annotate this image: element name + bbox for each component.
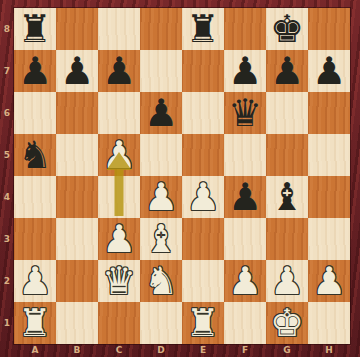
black-king-icon[interactable]: ♚ bbox=[266, 8, 308, 50]
black-pawn-icon[interactable]: ♟ bbox=[14, 50, 56, 92]
square-f2[interactable]: ♟ bbox=[224, 260, 266, 302]
square-e1[interactable]: ♜ bbox=[182, 302, 224, 344]
square-f4[interactable]: ♟ bbox=[224, 176, 266, 218]
square-e6[interactable] bbox=[182, 92, 224, 134]
square-d4[interactable]: ♟ bbox=[140, 176, 182, 218]
square-a5[interactable]: ♞ bbox=[14, 134, 56, 176]
file-labels: A B C D E F G H bbox=[14, 344, 350, 357]
square-c8[interactable] bbox=[98, 8, 140, 50]
white-rook-icon[interactable]: ♜ bbox=[182, 302, 224, 344]
square-e7[interactable] bbox=[182, 50, 224, 92]
square-d8[interactable] bbox=[140, 8, 182, 50]
square-h3[interactable] bbox=[308, 218, 350, 260]
black-pawn-icon[interactable]: ♟ bbox=[308, 50, 350, 92]
black-pawn-icon[interactable]: ♟ bbox=[98, 50, 140, 92]
rank-label-2: 2 bbox=[0, 260, 14, 302]
square-d5[interactable] bbox=[140, 134, 182, 176]
rank-label-3: 3 bbox=[0, 218, 14, 260]
white-queen-icon[interactable]: ♛ bbox=[98, 260, 140, 302]
square-e2[interactable] bbox=[182, 260, 224, 302]
rank-label-8: 8 bbox=[0, 8, 14, 50]
square-c3[interactable]: ♟ bbox=[98, 218, 140, 260]
square-b1[interactable] bbox=[56, 302, 98, 344]
square-d2[interactable]: ♞ bbox=[140, 260, 182, 302]
square-b2[interactable] bbox=[56, 260, 98, 302]
square-a4[interactable] bbox=[14, 176, 56, 218]
black-pawn-icon[interactable]: ♟ bbox=[56, 50, 98, 92]
black-rook-icon[interactable]: ♜ bbox=[182, 8, 224, 50]
white-knight-icon[interactable]: ♞ bbox=[140, 260, 182, 302]
square-a8[interactable]: ♜ bbox=[14, 8, 56, 50]
square-d7[interactable] bbox=[140, 50, 182, 92]
white-king-icon[interactable]: ♚ bbox=[266, 302, 308, 344]
square-f6[interactable]: ♛ bbox=[224, 92, 266, 134]
square-f3[interactable] bbox=[224, 218, 266, 260]
square-a1[interactable]: ♜ bbox=[14, 302, 56, 344]
square-g2[interactable]: ♟ bbox=[266, 260, 308, 302]
square-g5[interactable] bbox=[266, 134, 308, 176]
square-a2[interactable]: ♟ bbox=[14, 260, 56, 302]
square-e4[interactable]: ♟ bbox=[182, 176, 224, 218]
square-b8[interactable] bbox=[56, 8, 98, 50]
rank-label-5: 5 bbox=[0, 134, 14, 176]
file-label-d: D bbox=[140, 344, 182, 357]
square-b7[interactable]: ♟ bbox=[56, 50, 98, 92]
white-pawn-icon[interactable]: ♟ bbox=[98, 134, 140, 176]
square-b4[interactable] bbox=[56, 176, 98, 218]
square-c6[interactable] bbox=[98, 92, 140, 134]
square-b3[interactable] bbox=[56, 218, 98, 260]
square-g7[interactable]: ♟ bbox=[266, 50, 308, 92]
rank-label-7: 7 bbox=[0, 50, 14, 92]
white-pawn-icon[interactable]: ♟ bbox=[140, 176, 182, 218]
black-rook-icon[interactable]: ♜ bbox=[14, 8, 56, 50]
white-pawn-icon[interactable]: ♟ bbox=[182, 176, 224, 218]
chess-board-app: 8 7 6 5 4 3 2 1 ♜♜♚♟♟♟♟♟♟♟♛♞♟♟♟♟♝♟♝♟♛♞♟♟… bbox=[0, 0, 360, 357]
square-a3[interactable] bbox=[14, 218, 56, 260]
black-knight-icon[interactable]: ♞ bbox=[14, 134, 56, 176]
square-g3[interactable] bbox=[266, 218, 308, 260]
square-e3[interactable] bbox=[182, 218, 224, 260]
square-f5[interactable] bbox=[224, 134, 266, 176]
square-e8[interactable]: ♜ bbox=[182, 8, 224, 50]
square-c4[interactable] bbox=[98, 176, 140, 218]
square-f7[interactable]: ♟ bbox=[224, 50, 266, 92]
square-h5[interactable] bbox=[308, 134, 350, 176]
square-a7[interactable]: ♟ bbox=[14, 50, 56, 92]
file-label-h: H bbox=[308, 344, 350, 357]
square-g6[interactable] bbox=[266, 92, 308, 134]
square-c7[interactable]: ♟ bbox=[98, 50, 140, 92]
white-pawn-icon[interactable]: ♟ bbox=[266, 260, 308, 302]
square-e5[interactable] bbox=[182, 134, 224, 176]
square-h7[interactable]: ♟ bbox=[308, 50, 350, 92]
square-c2[interactable]: ♛ bbox=[98, 260, 140, 302]
rank-label-1: 1 bbox=[0, 302, 14, 344]
file-label-a: A bbox=[14, 344, 56, 357]
square-a6[interactable] bbox=[14, 92, 56, 134]
square-g4[interactable]: ♝ bbox=[266, 176, 308, 218]
square-h8[interactable] bbox=[308, 8, 350, 50]
file-label-g: G bbox=[266, 344, 308, 357]
square-b5[interactable] bbox=[56, 134, 98, 176]
black-pawn-icon[interactable]: ♟ bbox=[266, 50, 308, 92]
black-bishop-icon[interactable]: ♝ bbox=[266, 176, 308, 218]
file-label-f: F bbox=[224, 344, 266, 357]
white-pawn-icon[interactable]: ♟ bbox=[98, 218, 140, 260]
square-g1[interactable]: ♚ bbox=[266, 302, 308, 344]
black-queen-icon[interactable]: ♛ bbox=[224, 92, 266, 134]
black-pawn-icon[interactable]: ♟ bbox=[224, 176, 266, 218]
white-pawn-icon[interactable]: ♟ bbox=[224, 260, 266, 302]
rank-labels: 8 7 6 5 4 3 2 1 bbox=[0, 8, 14, 344]
black-pawn-icon[interactable]: ♟ bbox=[140, 92, 182, 134]
file-label-e: E bbox=[182, 344, 224, 357]
square-h1[interactable] bbox=[308, 302, 350, 344]
file-label-c: C bbox=[98, 344, 140, 357]
square-d6[interactable]: ♟ bbox=[140, 92, 182, 134]
square-d1[interactable] bbox=[140, 302, 182, 344]
square-g8[interactable]: ♚ bbox=[266, 8, 308, 50]
white-pawn-icon[interactable]: ♟ bbox=[14, 260, 56, 302]
square-c5[interactable]: ♟ bbox=[98, 134, 140, 176]
square-h6[interactable] bbox=[308, 92, 350, 134]
white-rook-icon[interactable]: ♜ bbox=[14, 302, 56, 344]
square-f8[interactable] bbox=[224, 8, 266, 50]
square-f1[interactable] bbox=[224, 302, 266, 344]
black-pawn-icon[interactable]: ♟ bbox=[224, 50, 266, 92]
square-h4[interactable] bbox=[308, 176, 350, 218]
rank-label-6: 6 bbox=[0, 92, 14, 134]
board: ♜♜♚♟♟♟♟♟♟♟♛♞♟♟♟♟♝♟♝♟♛♞♟♟♟♜♜♚ bbox=[14, 8, 350, 344]
white-bishop-icon[interactable]: ♝ bbox=[140, 218, 182, 260]
square-b6[interactable] bbox=[56, 92, 98, 134]
white-pawn-icon[interactable]: ♟ bbox=[308, 260, 350, 302]
square-h2[interactable]: ♟ bbox=[308, 260, 350, 302]
rank-label-4: 4 bbox=[0, 176, 14, 218]
square-c1[interactable] bbox=[98, 302, 140, 344]
square-d3[interactable]: ♝ bbox=[140, 218, 182, 260]
file-label-b: B bbox=[56, 344, 98, 357]
